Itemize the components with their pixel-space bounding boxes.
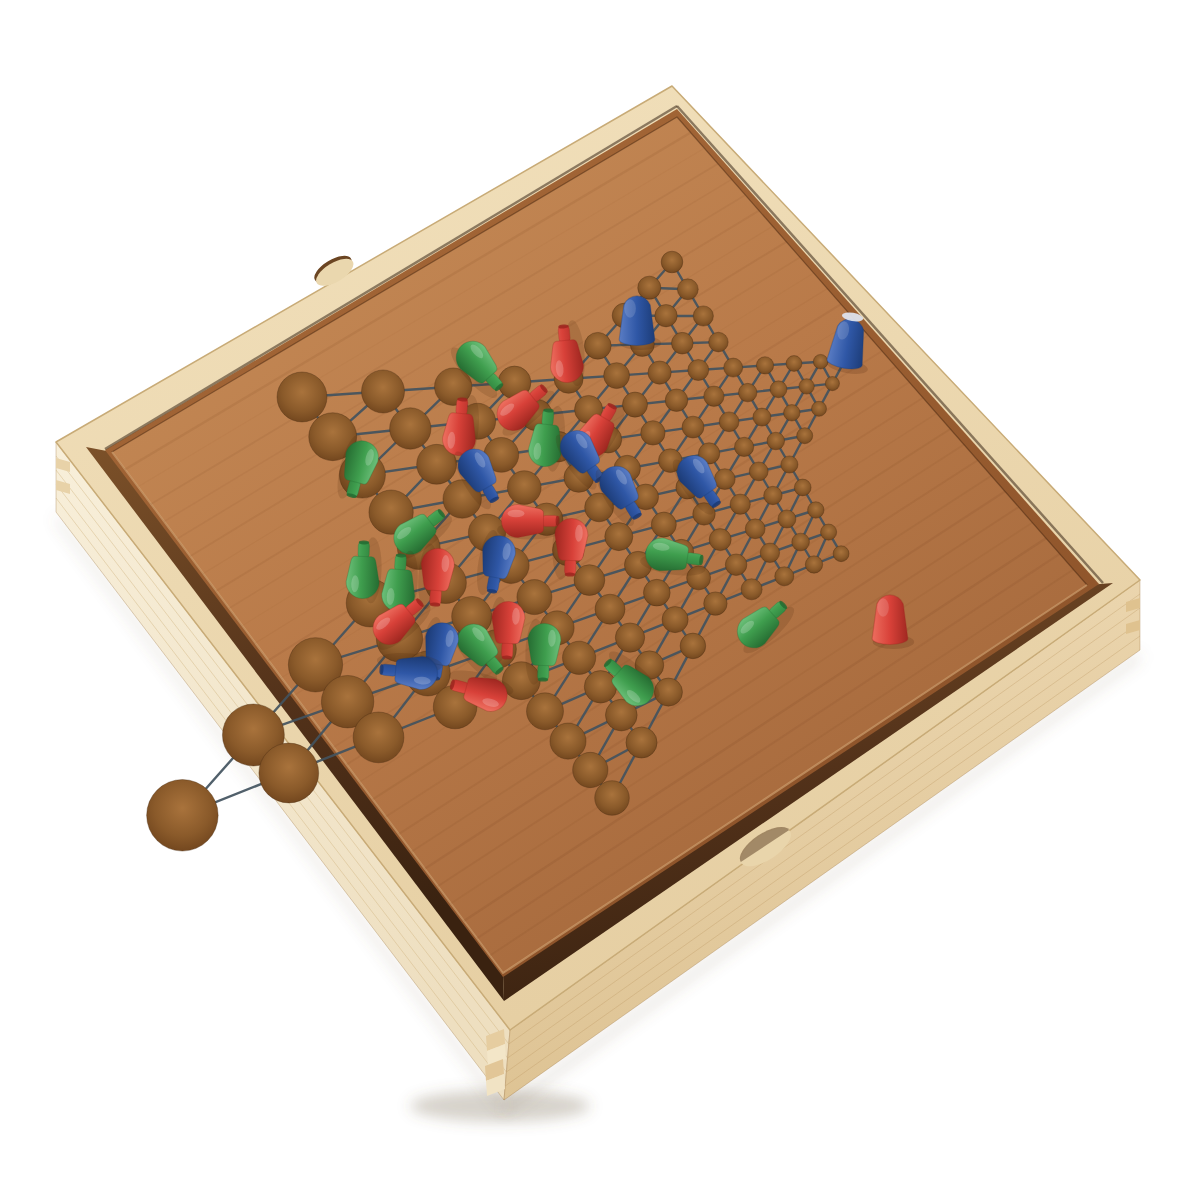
board-hole (643, 579, 670, 606)
board-hole (661, 251, 683, 273)
board-hole (821, 524, 837, 540)
board-hole (595, 594, 625, 624)
board-hole (805, 556, 822, 573)
board-hole (704, 592, 727, 615)
wooden-box-board (0, 0, 1200, 1200)
board-hole (709, 529, 731, 551)
board-hole (813, 354, 828, 369)
board-hole (778, 510, 796, 528)
board-hole (749, 462, 768, 481)
board-hole (792, 533, 810, 551)
board-hole (651, 512, 676, 537)
board-hole (390, 408, 431, 449)
board-hole (361, 370, 404, 413)
board-hole (811, 401, 826, 416)
board-hole (562, 641, 595, 674)
board-hole (259, 743, 319, 803)
board-hole (584, 332, 611, 359)
board-hole (825, 377, 839, 391)
board-hole (760, 543, 779, 562)
board-hole (781, 456, 798, 473)
board-hole (775, 567, 794, 586)
board-hole (724, 358, 743, 377)
board-hole (353, 712, 404, 763)
board-hole (794, 479, 811, 496)
board-hole (680, 633, 706, 659)
board-hole (638, 276, 661, 299)
board-hole (745, 519, 765, 539)
board-hole (605, 523, 633, 551)
board-hole (626, 727, 657, 758)
board-hole (604, 363, 630, 389)
board-hole (671, 332, 693, 354)
board-hole (641, 421, 665, 445)
board-hole (682, 416, 704, 438)
board-hole (507, 471, 541, 505)
board-hole (655, 305, 677, 327)
board-hole (147, 780, 219, 852)
board-hole (767, 432, 785, 450)
board-hole (833, 546, 849, 562)
board-hole (527, 693, 564, 730)
board-hole (784, 405, 800, 421)
board-hole (709, 332, 729, 352)
board-hole (734, 437, 753, 456)
board-hole (719, 412, 739, 432)
lid-panel (112, 117, 1087, 973)
board-hole (786, 356, 802, 372)
board-hole (665, 389, 688, 412)
board-hole (622, 392, 647, 417)
board-hole (725, 554, 747, 576)
board-hole (770, 381, 787, 398)
board-hole (550, 723, 586, 759)
board-hole (714, 469, 735, 490)
board-hole (677, 279, 698, 300)
board-hole (741, 579, 762, 600)
chinese-checkers-product-photo (0, 0, 1200, 1200)
board-hole (753, 408, 771, 426)
board-hole (662, 607, 688, 633)
board-hole (584, 671, 616, 703)
board-hole (574, 565, 605, 596)
board-hole (573, 752, 608, 787)
board-hole (797, 428, 813, 444)
board-hole (799, 379, 814, 394)
board-hole (595, 781, 630, 816)
board-hole (808, 502, 824, 518)
board-hole (730, 494, 750, 514)
board-hole (615, 623, 644, 652)
board-hole (764, 486, 782, 504)
board-hole (738, 383, 757, 402)
board-hole (756, 357, 773, 374)
board-hole (704, 386, 724, 406)
board-hole (648, 361, 671, 384)
board-hole (277, 372, 327, 422)
board-hole (693, 306, 713, 326)
board-hole (688, 360, 709, 381)
